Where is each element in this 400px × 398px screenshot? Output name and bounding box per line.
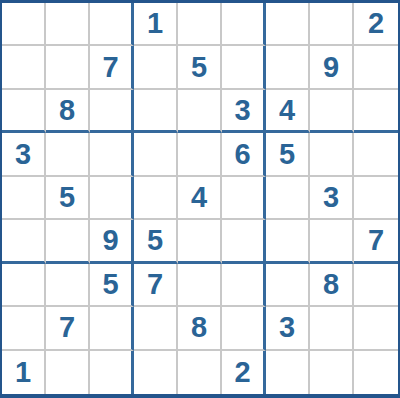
sudoku-cell-r5c7[interactable] bbox=[266, 177, 310, 220]
sudoku-cell-r8c9[interactable] bbox=[354, 307, 398, 350]
sudoku-cell-r3c6[interactable]: 3 bbox=[222, 90, 266, 133]
sudoku-cell-r3c8[interactable] bbox=[310, 90, 354, 133]
sudoku-cell-r6c4[interactable]: 5 bbox=[134, 220, 178, 263]
sudoku-cell-r9c8[interactable] bbox=[310, 351, 354, 394]
sudoku-cell-r9c9[interactable] bbox=[354, 351, 398, 394]
sudoku-cell-r7c6[interactable] bbox=[222, 264, 266, 307]
sudoku-cell-r7c5[interactable] bbox=[178, 264, 222, 307]
sudoku-cell-r5c5[interactable]: 4 bbox=[178, 177, 222, 220]
sudoku-cell-r9c4[interactable] bbox=[134, 351, 178, 394]
sudoku-cell-r8c1[interactable] bbox=[2, 307, 46, 350]
sudoku-cell-r3c3[interactable] bbox=[90, 90, 134, 133]
sudoku-cell-r8c4[interactable] bbox=[134, 307, 178, 350]
sudoku-cell-r3c5[interactable] bbox=[178, 90, 222, 133]
sudoku-cell-r7c4[interactable]: 7 bbox=[134, 264, 178, 307]
sudoku-cell-r9c5[interactable] bbox=[178, 351, 222, 394]
sudoku-cell-r6c9[interactable]: 7 bbox=[354, 220, 398, 263]
sudoku-cell-r2c8[interactable]: 9 bbox=[310, 46, 354, 89]
sudoku-cell-r4c3[interactable] bbox=[90, 133, 134, 176]
sudoku-cell-r6c5[interactable] bbox=[178, 220, 222, 263]
sudoku-cell-r2c2[interactable] bbox=[46, 46, 90, 89]
sudoku-cell-r8c5[interactable]: 8 bbox=[178, 307, 222, 350]
sudoku-cell-r7c3[interactable]: 5 bbox=[90, 264, 134, 307]
sudoku-cell-r1c1[interactable] bbox=[2, 3, 46, 46]
sudoku-cell-r2c6[interactable] bbox=[222, 46, 266, 89]
sudoku-cell-r3c9[interactable] bbox=[354, 90, 398, 133]
sudoku-cell-r7c2[interactable] bbox=[46, 264, 90, 307]
sudoku-cell-r9c7[interactable] bbox=[266, 351, 310, 394]
sudoku-cell-r4c7[interactable]: 5 bbox=[266, 133, 310, 176]
sudoku-cell-r6c1[interactable] bbox=[2, 220, 46, 263]
sudoku-cell-r4c4[interactable] bbox=[134, 133, 178, 176]
sudoku-cell-r3c7[interactable]: 4 bbox=[266, 90, 310, 133]
sudoku-cell-r7c9[interactable] bbox=[354, 264, 398, 307]
sudoku-cell-r8c2[interactable]: 7 bbox=[46, 307, 90, 350]
sudoku-cell-r6c8[interactable] bbox=[310, 220, 354, 263]
sudoku-cell-r5c2[interactable]: 5 bbox=[46, 177, 90, 220]
sudoku-cell-r1c9[interactable]: 2 bbox=[354, 3, 398, 46]
sudoku-cell-r6c7[interactable] bbox=[266, 220, 310, 263]
sudoku-cell-r3c4[interactable] bbox=[134, 90, 178, 133]
sudoku-cell-r4c1[interactable]: 3 bbox=[2, 133, 46, 176]
sudoku-cell-r9c2[interactable] bbox=[46, 351, 90, 394]
sudoku-cell-r8c3[interactable] bbox=[90, 307, 134, 350]
sudoku-cell-r5c9[interactable] bbox=[354, 177, 398, 220]
sudoku-cell-r4c5[interactable] bbox=[178, 133, 222, 176]
sudoku-cell-r2c5[interactable]: 5 bbox=[178, 46, 222, 89]
sudoku-cell-r3c2[interactable]: 8 bbox=[46, 90, 90, 133]
sudoku-cell-r7c1[interactable] bbox=[2, 264, 46, 307]
sudoku-cell-r8c7[interactable]: 3 bbox=[266, 307, 310, 350]
sudoku-cell-r1c8[interactable] bbox=[310, 3, 354, 46]
sudoku-cell-r2c9[interactable] bbox=[354, 46, 398, 89]
sudoku-cell-r5c8[interactable]: 3 bbox=[310, 177, 354, 220]
sudoku-board: 1275983436554395757878312 bbox=[0, 0, 400, 398]
sudoku-cell-r5c3[interactable] bbox=[90, 177, 134, 220]
sudoku-cell-r1c3[interactable] bbox=[90, 3, 134, 46]
sudoku-cell-r9c3[interactable] bbox=[90, 351, 134, 394]
sudoku-cell-r9c1[interactable]: 1 bbox=[2, 351, 46, 394]
sudoku-cell-r1c7[interactable] bbox=[266, 3, 310, 46]
sudoku-cell-r4c2[interactable] bbox=[46, 133, 90, 176]
sudoku-cell-r6c3[interactable]: 9 bbox=[90, 220, 134, 263]
sudoku-cell-r3c1[interactable] bbox=[2, 90, 46, 133]
sudoku-cell-r1c4[interactable]: 1 bbox=[134, 3, 178, 46]
sudoku-cell-r5c6[interactable] bbox=[222, 177, 266, 220]
sudoku-cell-r6c6[interactable] bbox=[222, 220, 266, 263]
sudoku-cell-r4c9[interactable] bbox=[354, 133, 398, 176]
sudoku-cell-r2c7[interactable] bbox=[266, 46, 310, 89]
sudoku-cell-r4c8[interactable] bbox=[310, 133, 354, 176]
sudoku-cell-r2c4[interactable] bbox=[134, 46, 178, 89]
sudoku-cell-r1c5[interactable] bbox=[178, 3, 222, 46]
sudoku-cell-r4c6[interactable]: 6 bbox=[222, 133, 266, 176]
sudoku-cell-r5c1[interactable] bbox=[2, 177, 46, 220]
sudoku-cell-r9c6[interactable]: 2 bbox=[222, 351, 266, 394]
sudoku-cell-r1c6[interactable] bbox=[222, 3, 266, 46]
sudoku-cell-r2c1[interactable] bbox=[2, 46, 46, 89]
sudoku-cell-r8c6[interactable] bbox=[222, 307, 266, 350]
sudoku-cell-r5c4[interactable] bbox=[134, 177, 178, 220]
sudoku-cell-r1c2[interactable] bbox=[46, 3, 90, 46]
sudoku-cell-r7c7[interactable] bbox=[266, 264, 310, 307]
sudoku-cell-r2c3[interactable]: 7 bbox=[90, 46, 134, 89]
sudoku-cell-r6c2[interactable] bbox=[46, 220, 90, 263]
sudoku-cell-r7c8[interactable]: 8 bbox=[310, 264, 354, 307]
sudoku-cell-r8c8[interactable] bbox=[310, 307, 354, 350]
